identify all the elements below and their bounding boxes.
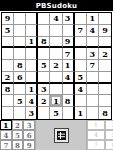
cell-r4c6[interactable]: 7 bbox=[63, 48, 75, 60]
bottom-toolbar: 123456789 123456789 bbox=[0, 120, 113, 150]
cell-r8c7[interactable] bbox=[75, 95, 87, 107]
cell-r9c6[interactable] bbox=[63, 107, 75, 119]
cell-r5c3[interactable] bbox=[26, 60, 38, 72]
cell-r6c9[interactable] bbox=[99, 72, 111, 84]
digit-numpad: 123456789 bbox=[0, 120, 36, 150]
cell-r4c7[interactable] bbox=[75, 48, 87, 60]
cell-r3c8[interactable] bbox=[87, 37, 99, 49]
cell-r8c5[interactable]: 1 bbox=[50, 95, 62, 107]
cell-r9c9[interactable]: 8 bbox=[99, 107, 111, 119]
cell-r3c6[interactable]: 9 bbox=[63, 37, 75, 49]
toolbar-panel bbox=[36, 120, 86, 150]
cell-r6c2[interactable]: 6 bbox=[14, 72, 26, 84]
app-title: PBSudoku bbox=[36, 2, 78, 10]
cell-r4c8[interactable]: 3 bbox=[87, 48, 99, 60]
cell-r1c2[interactable] bbox=[14, 13, 26, 25]
cell-r2c6[interactable] bbox=[63, 25, 75, 37]
cell-r6c5[interactable] bbox=[50, 72, 62, 84]
cell-r6c6[interactable]: 4 bbox=[63, 72, 75, 84]
cell-r5c2[interactable]: 8 bbox=[14, 60, 26, 72]
cell-r9c8[interactable] bbox=[87, 107, 99, 119]
cell-r1c8[interactable]: 1 bbox=[87, 13, 99, 25]
cell-r1c7[interactable] bbox=[75, 13, 87, 25]
cell-r7c2[interactable] bbox=[14, 84, 26, 96]
cell-r3c7[interactable] bbox=[75, 37, 87, 49]
cell-r8c3[interactable]: 4 bbox=[26, 95, 38, 107]
pencil-digit-4[interactable]: 4 bbox=[87, 130, 105, 140]
cell-r8c6[interactable]: 8 bbox=[63, 95, 75, 107]
cell-r8c2[interactable]: 5 bbox=[14, 95, 26, 107]
cell-r9c7[interactable]: 1 bbox=[75, 107, 87, 119]
numpad-digit-6[interactable]: 6 bbox=[23, 130, 35, 140]
numpad-digit-5[interactable]: 5 bbox=[12, 130, 24, 140]
cell-r5c8[interactable]: 7 bbox=[87, 60, 99, 72]
cell-r2c2[interactable] bbox=[14, 25, 26, 37]
cell-r3c9[interactable] bbox=[99, 37, 111, 49]
numpad-digit-3[interactable]: 3 bbox=[23, 120, 35, 130]
pencil-digit-8[interactable]: 8 bbox=[105, 140, 113, 150]
cell-r9c3[interactable]: 3 bbox=[26, 107, 38, 119]
cell-r2c4[interactable] bbox=[38, 25, 50, 37]
cell-r3c2[interactable] bbox=[14, 37, 26, 49]
cell-r4c4[interactable] bbox=[38, 48, 50, 60]
numpad-digit-7[interactable]: 7 bbox=[0, 140, 12, 150]
cell-r5c7[interactable] bbox=[75, 60, 87, 72]
cell-r5c5[interactable]: 2 bbox=[50, 60, 62, 72]
cell-r5c6[interactable]: 1 bbox=[63, 60, 75, 72]
cell-r4c2[interactable] bbox=[14, 48, 26, 60]
cell-r2c1[interactable]: 5 bbox=[2, 25, 14, 37]
cell-r7c5[interactable] bbox=[50, 84, 62, 96]
cell-r2c7[interactable]: 7 bbox=[75, 25, 87, 37]
cell-r8c9[interactable] bbox=[99, 95, 111, 107]
numpad-digit-1[interactable]: 1 bbox=[0, 120, 12, 130]
cell-r1c5[interactable]: 4 bbox=[50, 13, 62, 25]
cell-r7c9[interactable] bbox=[99, 84, 111, 96]
cell-r6c3[interactable] bbox=[26, 72, 38, 84]
sudoku-board: 943157491897328521726458134542183518 bbox=[1, 12, 112, 120]
cell-r9c1[interactable] bbox=[2, 107, 14, 119]
cell-r6c7[interactable]: 5 bbox=[75, 72, 87, 84]
menu-button[interactable] bbox=[54, 128, 69, 143]
cell-r1c1[interactable]: 9 bbox=[2, 13, 14, 25]
cell-r8c8[interactable] bbox=[87, 95, 99, 107]
pencil-digit-7[interactable]: 7 bbox=[87, 140, 105, 150]
cell-r2c3[interactable] bbox=[26, 25, 38, 37]
cell-r7c1[interactable]: 8 bbox=[2, 84, 14, 96]
numpad-digit-2[interactable]: 2 bbox=[12, 120, 24, 130]
pencil-digit-1[interactable]: 1 bbox=[87, 120, 105, 130]
cell-r7c6[interactable] bbox=[63, 84, 75, 96]
cell-r6c1[interactable]: 2 bbox=[2, 72, 14, 84]
pencil-digit-2[interactable]: 2 bbox=[105, 120, 113, 130]
cell-r3c1[interactable] bbox=[2, 37, 14, 49]
app-window: PBSudoku 9431574918973285217264581345421… bbox=[0, 0, 113, 150]
cell-r3c5[interactable] bbox=[50, 37, 62, 49]
cell-r4c1[interactable] bbox=[2, 48, 14, 60]
numpad-digit-4[interactable]: 4 bbox=[0, 130, 12, 140]
cell-r1c9[interactable] bbox=[99, 13, 111, 25]
grid-menu-icon bbox=[57, 131, 66, 140]
cell-r7c8[interactable] bbox=[87, 84, 99, 96]
title-bar: PBSudoku bbox=[0, 0, 113, 11]
cell-r4c9[interactable]: 2 bbox=[99, 48, 111, 60]
cell-r1c6[interactable]: 3 bbox=[63, 13, 75, 25]
cell-r7c7[interactable]: 4 bbox=[75, 84, 87, 96]
cell-r3c3[interactable]: 1 bbox=[26, 37, 38, 49]
cell-r8c1[interactable] bbox=[2, 95, 14, 107]
cell-r5c1[interactable] bbox=[2, 60, 14, 72]
cell-r1c4[interactable] bbox=[38, 13, 50, 25]
pencil-digit-5[interactable]: 5 bbox=[105, 130, 113, 140]
cell-r6c8[interactable] bbox=[87, 72, 99, 84]
numpad-digit-9[interactable]: 9 bbox=[23, 140, 35, 150]
pencil-numpad: 123456789 bbox=[86, 120, 113, 150]
cell-r9c5[interactable]: 5 bbox=[50, 107, 62, 119]
cell-r6c4[interactable] bbox=[38, 72, 50, 84]
cell-r2c8[interactable]: 4 bbox=[87, 25, 99, 37]
cell-r4c5[interactable] bbox=[50, 48, 62, 60]
cell-r7c3[interactable]: 1 bbox=[26, 84, 38, 96]
cell-r9c4[interactable] bbox=[38, 107, 50, 119]
numpad-digit-8[interactable]: 8 bbox=[12, 140, 24, 150]
cell-r5c4[interactable]: 5 bbox=[38, 60, 50, 72]
cell-r1c3[interactable] bbox=[26, 13, 38, 25]
cell-r2c5[interactable] bbox=[50, 25, 62, 37]
cell-r8c4[interactable]: 2 bbox=[38, 95, 50, 107]
cell-r4c3[interactable] bbox=[26, 48, 38, 60]
cell-r5c9[interactable] bbox=[99, 60, 111, 72]
cell-r3c4[interactable]: 8 bbox=[38, 37, 50, 49]
cell-r2c9[interactable]: 9 bbox=[99, 25, 111, 37]
cell-r7c4[interactable]: 3 bbox=[38, 84, 50, 96]
cell-r9c2[interactable] bbox=[14, 107, 26, 119]
